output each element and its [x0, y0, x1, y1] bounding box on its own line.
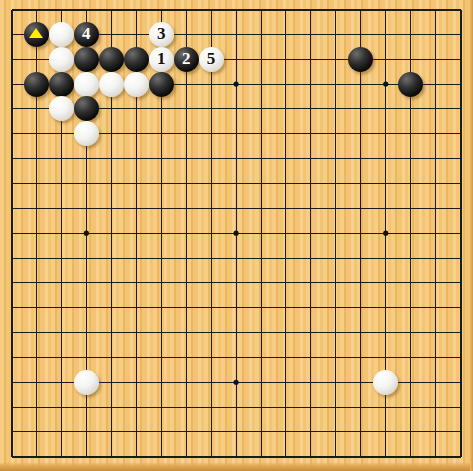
stone-black[interactable] [398, 72, 423, 97]
stone-white[interactable] [124, 72, 149, 97]
stone-black[interactable] [348, 47, 373, 72]
move-number: 5 [207, 50, 216, 67]
move-number: 4 [82, 25, 91, 42]
star-point [84, 231, 89, 236]
star-point [233, 231, 238, 236]
stone-white[interactable] [74, 121, 99, 146]
stone-black[interactable]: 2 [174, 47, 199, 72]
stone-white[interactable] [49, 47, 74, 72]
stone-white[interactable]: 5 [199, 47, 224, 72]
move-number: 3 [157, 25, 166, 42]
stone-black[interactable] [124, 47, 149, 72]
star-point [383, 231, 388, 236]
go-board[interactable]: 43125 [0, 0, 473, 471]
move-number: 2 [182, 50, 191, 67]
stone-black[interactable] [99, 47, 124, 72]
stone-white[interactable] [74, 370, 99, 395]
stone-black[interactable]: 4 [74, 22, 99, 47]
stone-white[interactable]: 1 [149, 47, 174, 72]
star-point [383, 81, 388, 86]
stone-white[interactable] [49, 22, 74, 47]
stone-black[interactable] [74, 47, 99, 72]
star-point [233, 81, 238, 86]
stone-black[interactable] [149, 72, 174, 97]
stone-black[interactable] [24, 22, 49, 47]
stone-black[interactable] [49, 72, 74, 97]
stone-white[interactable] [99, 72, 124, 97]
board-grid [0, 0, 473, 471]
stone-black[interactable] [24, 72, 49, 97]
stone-white[interactable] [373, 370, 398, 395]
triangle-mark-icon [29, 28, 43, 38]
stone-white[interactable]: 3 [149, 22, 174, 47]
star-point [233, 380, 238, 385]
move-number: 1 [157, 50, 166, 67]
stone-white[interactable] [74, 72, 99, 97]
